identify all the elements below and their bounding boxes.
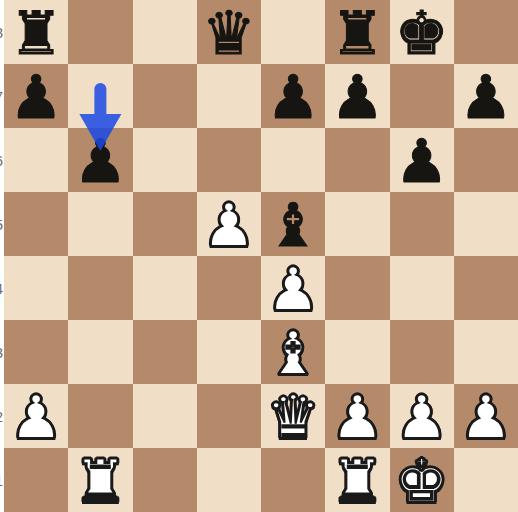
square-c1[interactable] xyxy=(133,448,197,512)
square-c7[interactable] xyxy=(133,64,197,128)
piece-white-pawn[interactable]: ♟ xyxy=(459,387,513,447)
square-g2[interactable]: ♟ xyxy=(390,384,454,448)
square-f6[interactable] xyxy=(325,128,389,192)
square-a8[interactable]: ♜ xyxy=(4,0,68,64)
square-d6[interactable] xyxy=(197,128,261,192)
square-b3[interactable] xyxy=(68,320,132,384)
square-e3[interactable]: ♝ xyxy=(261,320,325,384)
piece-white-rook[interactable]: ♜ xyxy=(73,451,127,511)
chess-app: ♜♛♜♚♟♟♟♟♟♟♟♝♟♝♟♛♟♟♟♜♜♚ 87654321 xyxy=(0,0,518,512)
piece-white-pawn[interactable]: ♟ xyxy=(330,387,384,447)
square-b4[interactable] xyxy=(68,256,132,320)
piece-black-pawn[interactable]: ♟ xyxy=(459,67,513,127)
piece-black-king[interactable]: ♚ xyxy=(395,3,449,63)
square-c2[interactable] xyxy=(133,384,197,448)
rank-coordinates: 87654321 xyxy=(0,0,4,512)
square-h3[interactable] xyxy=(454,320,518,384)
square-c4[interactable] xyxy=(133,256,197,320)
rank-label-2: 2 xyxy=(0,384,4,448)
square-g4[interactable] xyxy=(390,256,454,320)
piece-black-pawn[interactable]: ♟ xyxy=(395,131,449,191)
square-b5[interactable] xyxy=(68,192,132,256)
square-d2[interactable] xyxy=(197,384,261,448)
square-h6[interactable] xyxy=(454,128,518,192)
square-b7[interactable] xyxy=(68,64,132,128)
square-g6[interactable]: ♟ xyxy=(390,128,454,192)
square-h5[interactable] xyxy=(454,192,518,256)
square-e1[interactable] xyxy=(261,448,325,512)
square-a4[interactable] xyxy=(4,256,68,320)
square-b1[interactable]: ♜ xyxy=(68,448,132,512)
piece-black-pawn[interactable]: ♟ xyxy=(73,131,127,191)
square-h4[interactable] xyxy=(454,256,518,320)
rank-label-3: 3 xyxy=(0,320,4,384)
square-d1[interactable] xyxy=(197,448,261,512)
piece-white-rook[interactable]: ♜ xyxy=(330,451,384,511)
piece-white-bishop[interactable]: ♝ xyxy=(266,323,320,383)
piece-white-king[interactable]: ♚ xyxy=(395,451,449,511)
piece-white-pawn[interactable]: ♟ xyxy=(9,387,63,447)
square-f1[interactable]: ♜ xyxy=(325,448,389,512)
square-a6[interactable] xyxy=(4,128,68,192)
square-a3[interactable] xyxy=(4,320,68,384)
square-f4[interactable] xyxy=(325,256,389,320)
square-e4[interactable]: ♟ xyxy=(261,256,325,320)
piece-white-pawn[interactable]: ♟ xyxy=(395,387,449,447)
square-h7[interactable]: ♟ xyxy=(454,64,518,128)
square-e5[interactable]: ♝ xyxy=(261,192,325,256)
piece-black-pawn[interactable]: ♟ xyxy=(330,67,384,127)
piece-black-rook[interactable]: ♜ xyxy=(330,3,384,63)
square-g7[interactable] xyxy=(390,64,454,128)
square-d7[interactable] xyxy=(197,64,261,128)
square-a1[interactable] xyxy=(4,448,68,512)
rank-label-7: 7 xyxy=(0,64,4,128)
square-e2[interactable]: ♛ xyxy=(261,384,325,448)
square-e8[interactable] xyxy=(261,0,325,64)
piece-white-pawn[interactable]: ♟ xyxy=(266,259,320,319)
chess-board: ♜♛♜♚♟♟♟♟♟♟♟♝♟♝♟♛♟♟♟♜♜♚ xyxy=(4,0,518,512)
square-f8[interactable]: ♜ xyxy=(325,0,389,64)
square-d8[interactable]: ♛ xyxy=(197,0,261,64)
square-b6[interactable]: ♟ xyxy=(68,128,132,192)
piece-black-pawn[interactable]: ♟ xyxy=(9,67,63,127)
piece-black-pawn[interactable]: ♟ xyxy=(266,67,320,127)
square-a7[interactable]: ♟ xyxy=(4,64,68,128)
rank-label-4: 4 xyxy=(0,256,4,320)
square-g3[interactable] xyxy=(390,320,454,384)
square-f5[interactable] xyxy=(325,192,389,256)
square-h8[interactable] xyxy=(454,0,518,64)
square-g8[interactable]: ♚ xyxy=(390,0,454,64)
square-c3[interactable] xyxy=(133,320,197,384)
square-f2[interactable]: ♟ xyxy=(325,384,389,448)
square-c6[interactable] xyxy=(133,128,197,192)
square-h2[interactable]: ♟ xyxy=(454,384,518,448)
square-d4[interactable] xyxy=(197,256,261,320)
square-b8[interactable] xyxy=(68,0,132,64)
square-d3[interactable] xyxy=(197,320,261,384)
rank-label-6: 6 xyxy=(0,128,4,192)
square-c8[interactable] xyxy=(133,0,197,64)
square-d5[interactable]: ♟ xyxy=(197,192,261,256)
rank-label-8: 8 xyxy=(0,0,4,64)
piece-white-queen[interactable]: ♛ xyxy=(266,387,320,447)
square-f3[interactable] xyxy=(325,320,389,384)
piece-white-pawn[interactable]: ♟ xyxy=(202,195,256,255)
square-g1[interactable]: ♚ xyxy=(390,448,454,512)
rank-label-5: 5 xyxy=(0,192,4,256)
square-a2[interactable]: ♟ xyxy=(4,384,68,448)
square-e6[interactable] xyxy=(261,128,325,192)
square-g5[interactable] xyxy=(390,192,454,256)
piece-black-bishop[interactable]: ♝ xyxy=(266,195,320,255)
piece-black-rook[interactable]: ♜ xyxy=(9,3,63,63)
square-e7[interactable]: ♟ xyxy=(261,64,325,128)
square-h1[interactable] xyxy=(454,448,518,512)
rank-label-1: 1 xyxy=(0,448,4,512)
square-a5[interactable] xyxy=(4,192,68,256)
square-c5[interactable] xyxy=(133,192,197,256)
square-b2[interactable] xyxy=(68,384,132,448)
piece-black-queen[interactable]: ♛ xyxy=(202,3,256,63)
square-f7[interactable]: ♟ xyxy=(325,64,389,128)
